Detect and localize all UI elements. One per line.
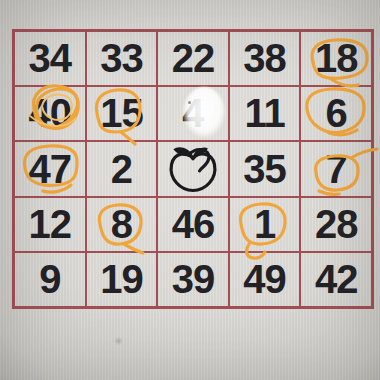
cell-r3c2-number-2: 2 <box>86 141 158 197</box>
cell-r5c3-number-39: 39 <box>157 252 229 307</box>
cell-r1c4-number-38: 38 <box>229 31 301 86</box>
cell-r4c2-number-8: 8 <box>86 197 158 252</box>
cell-r5c2-number-19: 19 <box>86 252 158 307</box>
cell-r4c3-number-46: 46 <box>157 197 229 252</box>
smudge-dot <box>114 337 123 345</box>
cell-r5c4-number-49: 49 <box>229 252 301 307</box>
cell-r4c4-number-1: 1 <box>229 197 301 252</box>
cell-r4c5-number-28: 28 <box>300 197 372 252</box>
dust-speck <box>188 101 191 104</box>
cell-r1c5-number-18: 18 <box>300 31 372 86</box>
cell-r3c4-number-35: 35 <box>229 141 301 197</box>
cell-r4c1-number-12: 12 <box>14 197 86 252</box>
glare-spot <box>183 87 225 137</box>
peach-icon <box>165 142 221 196</box>
cell-r2c1-number-40: 40 <box>14 86 86 141</box>
cell-r5c5-number-42: 42 <box>300 252 372 307</box>
cell-r2c4-number-11: 11 <box>229 86 301 141</box>
cell-r3c1-number-47: 47 <box>14 141 86 197</box>
bingo-card-photo: 343322381840154116472 357128461289193949… <box>0 0 380 380</box>
free-space-cell <box>157 141 229 197</box>
cell-r2c5-number-6: 6 <box>300 86 372 141</box>
cell-r3c5-number-7: 7 <box>300 141 372 197</box>
cell-r5c1-number-9: 9 <box>14 252 86 307</box>
cell-r1c2-number-33: 33 <box>86 31 158 86</box>
cell-r2c2-number-15: 15 <box>86 86 158 141</box>
cell-r1c1-number-34: 34 <box>14 31 86 86</box>
bingo-grid: 343322381840154116472 357128461289193949… <box>12 29 374 309</box>
cell-r1c3-number-22: 22 <box>157 31 229 86</box>
